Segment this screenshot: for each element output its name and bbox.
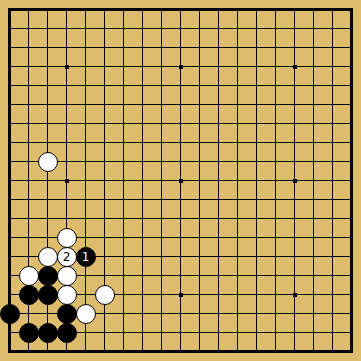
board-intersection[interactable] <box>266 342 285 361</box>
board-intersection[interactable] <box>266 247 285 266</box>
board-intersection[interactable] <box>0 228 19 247</box>
board-intersection[interactable] <box>0 209 19 228</box>
board-intersection[interactable] <box>190 190 209 209</box>
board-intersection[interactable] <box>342 171 361 190</box>
board-intersection[interactable] <box>209 152 228 171</box>
board-intersection[interactable] <box>133 304 152 323</box>
board-intersection[interactable] <box>266 95 285 114</box>
board-intersection[interactable] <box>209 95 228 114</box>
board-intersection[interactable] <box>76 95 95 114</box>
board-intersection[interactable] <box>342 285 361 304</box>
board-intersection[interactable] <box>190 323 209 342</box>
board-intersection[interactable] <box>95 190 114 209</box>
board-intersection[interactable] <box>19 114 38 133</box>
board-intersection[interactable] <box>266 19 285 38</box>
board-intersection[interactable] <box>209 57 228 76</box>
board-intersection[interactable] <box>133 228 152 247</box>
go-board[interactable]: 21 <box>0 0 361 361</box>
board-intersection[interactable] <box>133 209 152 228</box>
board-intersection[interactable] <box>152 247 171 266</box>
board-intersection[interactable] <box>247 0 266 19</box>
board-intersection[interactable] <box>209 304 228 323</box>
board-intersection[interactable] <box>323 114 342 133</box>
board-intersection[interactable] <box>323 19 342 38</box>
board-intersection[interactable] <box>152 133 171 152</box>
black-stone[interactable] <box>38 323 58 343</box>
board-intersection[interactable] <box>95 209 114 228</box>
board-intersection[interactable] <box>323 133 342 152</box>
board-intersection[interactable] <box>228 190 247 209</box>
board-intersection[interactable] <box>152 152 171 171</box>
board-intersection[interactable] <box>0 133 19 152</box>
black-stone[interactable] <box>0 304 20 324</box>
board-intersection[interactable] <box>38 190 57 209</box>
board-intersection[interactable] <box>342 0 361 19</box>
board-intersection[interactable] <box>247 95 266 114</box>
white-stone[interactable] <box>19 266 39 286</box>
board-intersection[interactable] <box>209 76 228 95</box>
board-intersection[interactable] <box>171 190 190 209</box>
board-intersection[interactable] <box>76 57 95 76</box>
white-stone[interactable] <box>57 228 77 248</box>
board-intersection[interactable] <box>190 228 209 247</box>
board-intersection[interactable] <box>342 19 361 38</box>
board-intersection[interactable] <box>247 76 266 95</box>
board-intersection[interactable] <box>57 342 76 361</box>
board-intersection[interactable] <box>0 95 19 114</box>
board-intersection[interactable] <box>285 76 304 95</box>
board-intersection[interactable] <box>285 133 304 152</box>
board-intersection[interactable] <box>323 190 342 209</box>
board-intersection[interactable] <box>152 304 171 323</box>
board-intersection[interactable] <box>342 152 361 171</box>
board-intersection[interactable] <box>228 76 247 95</box>
board-intersection[interactable] <box>342 38 361 57</box>
board-intersection[interactable] <box>0 190 19 209</box>
board-intersection[interactable] <box>323 38 342 57</box>
board-intersection[interactable] <box>171 152 190 171</box>
board-intersection[interactable] <box>0 38 19 57</box>
board-intersection[interactable] <box>247 266 266 285</box>
board-intersection[interactable] <box>304 114 323 133</box>
board-intersection[interactable] <box>323 304 342 323</box>
board-intersection[interactable] <box>247 342 266 361</box>
board-intersection[interactable] <box>19 342 38 361</box>
board-intersection[interactable] <box>114 323 133 342</box>
board-intersection[interactable] <box>190 38 209 57</box>
board-intersection[interactable] <box>304 342 323 361</box>
board-intersection[interactable] <box>304 266 323 285</box>
board-intersection[interactable] <box>19 95 38 114</box>
board-intersection[interactable] <box>152 95 171 114</box>
board-intersection[interactable] <box>0 152 19 171</box>
board-intersection[interactable] <box>342 95 361 114</box>
board-intersection[interactable] <box>38 0 57 19</box>
board-intersection[interactable] <box>76 133 95 152</box>
board-intersection[interactable] <box>152 0 171 19</box>
board-intersection[interactable] <box>76 228 95 247</box>
board-intersection[interactable] <box>190 304 209 323</box>
board-intersection[interactable] <box>114 38 133 57</box>
board-intersection[interactable] <box>114 95 133 114</box>
board-intersection[interactable] <box>304 228 323 247</box>
board-intersection[interactable] <box>152 57 171 76</box>
board-intersection[interactable] <box>76 342 95 361</box>
board-intersection[interactable] <box>304 95 323 114</box>
board-intersection[interactable] <box>0 76 19 95</box>
board-intersection[interactable] <box>57 171 76 190</box>
board-intersection[interactable] <box>171 19 190 38</box>
board-intersection[interactable] <box>190 342 209 361</box>
board-intersection[interactable] <box>171 95 190 114</box>
board-intersection[interactable] <box>0 57 19 76</box>
board-intersection[interactable] <box>209 228 228 247</box>
board-intersection[interactable] <box>209 38 228 57</box>
board-intersection[interactable] <box>171 76 190 95</box>
board-intersection[interactable] <box>190 0 209 19</box>
board-intersection[interactable] <box>285 209 304 228</box>
board-intersection[interactable] <box>209 171 228 190</box>
board-intersection[interactable] <box>114 152 133 171</box>
board-intersection[interactable] <box>95 19 114 38</box>
board-intersection[interactable] <box>342 114 361 133</box>
board-intersection[interactable] <box>342 57 361 76</box>
board-intersection[interactable] <box>152 171 171 190</box>
board-intersection[interactable] <box>323 209 342 228</box>
board-intersection[interactable] <box>76 171 95 190</box>
board-intersection[interactable] <box>190 76 209 95</box>
board-intersection[interactable] <box>266 57 285 76</box>
board-intersection[interactable] <box>152 190 171 209</box>
move-1-black-stone[interactable]: 1 <box>76 247 96 267</box>
board-intersection[interactable] <box>57 114 76 133</box>
board-intersection[interactable] <box>114 57 133 76</box>
board-intersection[interactable] <box>247 57 266 76</box>
board-intersection[interactable] <box>247 285 266 304</box>
board-intersection[interactable] <box>304 209 323 228</box>
board-intersection[interactable] <box>171 114 190 133</box>
board-intersection[interactable] <box>114 342 133 361</box>
board-intersection[interactable] <box>285 0 304 19</box>
white-stone[interactable] <box>57 266 77 286</box>
board-intersection[interactable] <box>171 0 190 19</box>
board-intersection[interactable] <box>95 228 114 247</box>
board-intersection[interactable] <box>323 342 342 361</box>
board-intersection[interactable] <box>114 304 133 323</box>
board-intersection[interactable] <box>76 114 95 133</box>
board-intersection[interactable] <box>0 285 19 304</box>
board-intersection[interactable] <box>171 323 190 342</box>
board-intersection[interactable] <box>228 228 247 247</box>
board-intersection[interactable] <box>38 57 57 76</box>
board-intersection[interactable] <box>266 0 285 19</box>
board-intersection[interactable] <box>247 38 266 57</box>
board-intersection[interactable] <box>57 152 76 171</box>
board-intersection[interactable] <box>323 76 342 95</box>
board-intersection[interactable] <box>323 95 342 114</box>
board-intersection[interactable] <box>342 304 361 323</box>
board-intersection[interactable] <box>171 171 190 190</box>
board-intersection[interactable] <box>209 209 228 228</box>
board-intersection[interactable] <box>228 152 247 171</box>
board-intersection[interactable] <box>266 133 285 152</box>
board-intersection[interactable] <box>190 171 209 190</box>
board-intersection[interactable] <box>57 209 76 228</box>
board-intersection[interactable] <box>114 76 133 95</box>
board-intersection[interactable] <box>95 95 114 114</box>
board-intersection[interactable] <box>190 247 209 266</box>
board-intersection[interactable] <box>228 171 247 190</box>
board-intersection[interactable] <box>247 323 266 342</box>
board-intersection[interactable] <box>152 285 171 304</box>
board-intersection[interactable] <box>247 190 266 209</box>
board-intersection[interactable] <box>133 190 152 209</box>
board-intersection[interactable] <box>57 57 76 76</box>
board-intersection[interactable] <box>247 209 266 228</box>
board-intersection[interactable] <box>57 76 76 95</box>
board-intersection[interactable] <box>0 247 19 266</box>
board-intersection[interactable] <box>0 266 19 285</box>
board-intersection[interactable] <box>38 133 57 152</box>
board-intersection[interactable] <box>95 304 114 323</box>
board-intersection[interactable] <box>19 133 38 152</box>
board-intersection[interactable] <box>247 133 266 152</box>
board-intersection[interactable] <box>76 266 95 285</box>
board-intersection[interactable] <box>285 304 304 323</box>
board-intersection[interactable] <box>38 228 57 247</box>
board-intersection[interactable] <box>171 133 190 152</box>
board-intersection[interactable] <box>304 57 323 76</box>
board-intersection[interactable] <box>171 266 190 285</box>
board-intersection[interactable] <box>133 266 152 285</box>
board-intersection[interactable] <box>323 285 342 304</box>
board-intersection[interactable] <box>209 266 228 285</box>
board-intersection[interactable] <box>266 152 285 171</box>
board-intersection[interactable] <box>152 342 171 361</box>
board-intersection[interactable] <box>190 266 209 285</box>
board-intersection[interactable] <box>171 228 190 247</box>
board-intersection[interactable] <box>133 342 152 361</box>
board-intersection[interactable] <box>228 266 247 285</box>
board-intersection[interactable] <box>171 285 190 304</box>
board-intersection[interactable] <box>285 247 304 266</box>
board-intersection[interactable] <box>285 19 304 38</box>
board-intersection[interactable] <box>0 323 19 342</box>
board-intersection[interactable] <box>323 171 342 190</box>
board-intersection[interactable] <box>285 171 304 190</box>
black-stone[interactable] <box>57 304 77 324</box>
board-intersection[interactable] <box>76 190 95 209</box>
board-intersection[interactable] <box>285 285 304 304</box>
board-intersection[interactable] <box>247 152 266 171</box>
board-intersection[interactable] <box>209 342 228 361</box>
board-intersection[interactable] <box>209 247 228 266</box>
board-intersection[interactable] <box>285 152 304 171</box>
board-intersection[interactable] <box>285 323 304 342</box>
board-intersection[interactable] <box>133 57 152 76</box>
board-intersection[interactable] <box>266 285 285 304</box>
board-intersection[interactable] <box>304 133 323 152</box>
board-intersection[interactable] <box>190 209 209 228</box>
board-intersection[interactable] <box>266 190 285 209</box>
board-intersection[interactable] <box>342 76 361 95</box>
board-intersection[interactable] <box>304 190 323 209</box>
board-intersection[interactable] <box>266 171 285 190</box>
board-intersection[interactable] <box>209 285 228 304</box>
board-intersection[interactable] <box>0 0 19 19</box>
board-intersection[interactable] <box>38 95 57 114</box>
board-intersection[interactable] <box>114 0 133 19</box>
board-intersection[interactable] <box>304 304 323 323</box>
board-intersection[interactable] <box>266 114 285 133</box>
board-intersection[interactable] <box>266 38 285 57</box>
board-intersection[interactable] <box>228 19 247 38</box>
board-intersection[interactable] <box>95 133 114 152</box>
board-intersection[interactable] <box>323 228 342 247</box>
board-intersection[interactable] <box>0 19 19 38</box>
board-intersection[interactable] <box>76 209 95 228</box>
board-intersection[interactable] <box>19 190 38 209</box>
board-intersection[interactable] <box>57 38 76 57</box>
board-intersection[interactable] <box>304 0 323 19</box>
board-intersection[interactable] <box>342 266 361 285</box>
board-intersection[interactable] <box>285 38 304 57</box>
board-intersection[interactable] <box>57 19 76 38</box>
board-intersection[interactable] <box>19 304 38 323</box>
board-intersection[interactable] <box>342 247 361 266</box>
board-intersection[interactable] <box>304 76 323 95</box>
board-intersection[interactable] <box>19 57 38 76</box>
white-stone[interactable] <box>95 285 115 305</box>
board-intersection[interactable] <box>304 171 323 190</box>
white-stone[interactable] <box>57 285 77 305</box>
board-intersection[interactable] <box>247 114 266 133</box>
board-intersection[interactable] <box>342 190 361 209</box>
board-intersection[interactable] <box>247 171 266 190</box>
board-intersection[interactable] <box>95 0 114 19</box>
board-intersection[interactable] <box>19 76 38 95</box>
board-intersection[interactable] <box>114 19 133 38</box>
board-intersection[interactable] <box>19 228 38 247</box>
board-intersection[interactable] <box>342 133 361 152</box>
board-intersection[interactable] <box>133 152 152 171</box>
board-intersection[interactable] <box>247 247 266 266</box>
black-stone[interactable] <box>19 285 39 305</box>
board-intersection[interactable] <box>342 209 361 228</box>
board-intersection[interactable] <box>19 152 38 171</box>
board-intersection[interactable] <box>285 57 304 76</box>
board-intersection[interactable] <box>114 247 133 266</box>
board-intersection[interactable] <box>228 114 247 133</box>
board-intersection[interactable] <box>38 209 57 228</box>
board-intersection[interactable] <box>228 209 247 228</box>
board-intersection[interactable] <box>95 152 114 171</box>
board-intersection[interactable] <box>171 57 190 76</box>
board-intersection[interactable] <box>152 228 171 247</box>
board-intersection[interactable] <box>114 171 133 190</box>
board-intersection[interactable] <box>95 76 114 95</box>
board-intersection[interactable] <box>133 171 152 190</box>
board-intersection[interactable] <box>152 38 171 57</box>
board-intersection[interactable] <box>190 285 209 304</box>
board-intersection[interactable] <box>114 209 133 228</box>
board-intersection[interactable] <box>171 342 190 361</box>
board-intersection[interactable] <box>209 19 228 38</box>
board-intersection[interactable] <box>114 190 133 209</box>
board-intersection[interactable] <box>152 209 171 228</box>
board-intersection[interactable] <box>209 0 228 19</box>
board-intersection[interactable] <box>209 323 228 342</box>
board-intersection[interactable] <box>38 19 57 38</box>
board-intersection[interactable] <box>19 171 38 190</box>
board-intersection[interactable] <box>95 171 114 190</box>
board-intersection[interactable] <box>0 171 19 190</box>
board-intersection[interactable] <box>228 57 247 76</box>
board-intersection[interactable] <box>228 95 247 114</box>
board-intersection[interactable] <box>19 38 38 57</box>
board-intersection[interactable] <box>266 209 285 228</box>
board-intersection[interactable] <box>76 0 95 19</box>
board-intersection[interactable] <box>190 19 209 38</box>
board-intersection[interactable] <box>114 133 133 152</box>
board-intersection[interactable] <box>152 76 171 95</box>
board-intersection[interactable] <box>114 228 133 247</box>
board-intersection[interactable] <box>57 0 76 19</box>
board-intersection[interactable] <box>95 266 114 285</box>
board-intersection[interactable] <box>19 209 38 228</box>
board-intersection[interactable] <box>342 342 361 361</box>
board-intersection[interactable] <box>95 38 114 57</box>
board-intersection[interactable] <box>323 266 342 285</box>
board-intersection[interactable] <box>323 0 342 19</box>
board-intersection[interactable] <box>209 133 228 152</box>
board-intersection[interactable] <box>76 76 95 95</box>
board-intersection[interactable] <box>323 247 342 266</box>
board-intersection[interactable] <box>209 190 228 209</box>
board-intersection[interactable] <box>228 304 247 323</box>
board-intersection[interactable] <box>190 95 209 114</box>
board-intersection[interactable] <box>19 247 38 266</box>
board-intersection[interactable] <box>95 57 114 76</box>
board-intersection[interactable] <box>133 76 152 95</box>
black-stone[interactable] <box>38 266 58 286</box>
board-intersection[interactable] <box>171 304 190 323</box>
board-intersection[interactable] <box>152 266 171 285</box>
board-intersection[interactable] <box>114 114 133 133</box>
board-intersection[interactable] <box>304 285 323 304</box>
board-intersection[interactable] <box>342 323 361 342</box>
board-intersection[interactable] <box>304 38 323 57</box>
board-intersection[interactable] <box>190 152 209 171</box>
board-intersection[interactable] <box>266 266 285 285</box>
board-intersection[interactable] <box>133 0 152 19</box>
board-intersection[interactable] <box>247 228 266 247</box>
board-intersection[interactable] <box>285 190 304 209</box>
board-intersection[interactable] <box>266 228 285 247</box>
board-intersection[interactable] <box>171 38 190 57</box>
move-2-white-stone[interactable]: 2 <box>57 247 77 267</box>
board-intersection[interactable] <box>76 38 95 57</box>
board-intersection[interactable] <box>323 57 342 76</box>
board-intersection[interactable] <box>19 19 38 38</box>
board-intersection[interactable] <box>0 114 19 133</box>
board-intersection[interactable] <box>133 114 152 133</box>
board-intersection[interactable] <box>228 323 247 342</box>
board-intersection[interactable] <box>38 76 57 95</box>
board-intersection[interactable] <box>171 247 190 266</box>
board-intersection[interactable] <box>304 247 323 266</box>
board-intersection[interactable] <box>95 323 114 342</box>
